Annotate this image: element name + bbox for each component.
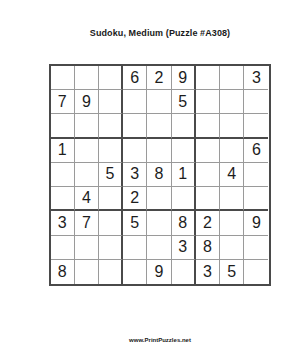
cell-r1c6: 9: [172, 66, 196, 90]
cell-r7c5: [147, 211, 171, 235]
cell-r1c9: 3: [244, 66, 268, 90]
cell-r5c1: [51, 163, 75, 187]
cell-r4c1: 1: [51, 139, 75, 163]
cell-r5c8: 4: [220, 163, 244, 187]
cell-r2c1: 7: [51, 90, 75, 114]
cell-r6c2: 4: [75, 187, 99, 211]
cell-r4c4: [123, 139, 147, 163]
cell-r5c3: 5: [99, 163, 123, 187]
cell-r8c2: [75, 236, 99, 260]
cell-r5c9: [244, 163, 268, 187]
cell-r3c7: [196, 114, 220, 138]
cell-r4c3: [99, 139, 123, 163]
cell-r1c4: 6: [123, 66, 147, 90]
cell-r1c2: [75, 66, 99, 90]
cell-r6c3: [99, 187, 123, 211]
cell-r4c7: [196, 139, 220, 163]
cell-r6c5: [147, 187, 171, 211]
sudoku-board: 6293795165381442375829388935: [49, 64, 271, 286]
cell-r2c5: [147, 90, 171, 114]
cell-r8c8: [220, 236, 244, 260]
footer-site-label: www.PrintPuzzles.net: [20, 337, 301, 343]
cell-r9c8: 5: [220, 260, 244, 284]
cell-r8c7: 8: [196, 236, 220, 260]
cell-r5c7: [196, 163, 220, 187]
cell-r8c6: 3: [172, 236, 196, 260]
cell-r9c9: [244, 260, 268, 284]
cell-r9c5: 9: [147, 260, 171, 284]
cell-r3c3: [99, 114, 123, 138]
cell-r2c4: [123, 90, 147, 114]
cell-r7c9: 9: [244, 211, 268, 235]
cell-r5c6: 1: [172, 163, 196, 187]
cell-r6c9: [244, 187, 268, 211]
cell-r2c3: [99, 90, 123, 114]
cell-r4c2: [75, 139, 99, 163]
cell-r6c1: [51, 187, 75, 211]
cell-r1c3: [99, 66, 123, 90]
cell-r4c8: [220, 139, 244, 163]
page-title: Sudoku, Medium (Puzzle #A308): [20, 28, 301, 38]
cell-r4c6: [172, 139, 196, 163]
cell-r6c7: [196, 187, 220, 211]
cell-r6c4: 2: [123, 187, 147, 211]
cell-r9c4: [123, 260, 147, 284]
cell-r1c1: [51, 66, 75, 90]
cell-r7c1: 3: [51, 211, 75, 235]
cell-r8c9: [244, 236, 268, 260]
cell-r5c2: [75, 163, 99, 187]
cell-r8c4: [123, 236, 147, 260]
cell-r2c9: [244, 90, 268, 114]
cell-r6c8: [220, 187, 244, 211]
cell-r7c4: 5: [123, 211, 147, 235]
cell-r9c1: 8: [51, 260, 75, 284]
cell-r2c8: [220, 90, 244, 114]
cell-r9c2: [75, 260, 99, 284]
cell-r3c4: [123, 114, 147, 138]
cell-r4c5: [147, 139, 171, 163]
cell-r7c6: 8: [172, 211, 196, 235]
cell-r3c2: [75, 114, 99, 138]
cell-r3c5: [147, 114, 171, 138]
cell-r7c2: 7: [75, 211, 99, 235]
cell-r1c5: 2: [147, 66, 171, 90]
cell-r5c4: 3: [123, 163, 147, 187]
cell-r4c9: 6: [244, 139, 268, 163]
cell-r1c7: [196, 66, 220, 90]
puzzle-page: Sudoku, Medium (Puzzle #A308) 6293795165…: [20, 0, 301, 363]
cell-r9c3: [99, 260, 123, 284]
cell-r3c9: [244, 114, 268, 138]
cell-r7c8: [220, 211, 244, 235]
cell-r5c5: 8: [147, 163, 171, 187]
cell-r8c5: [147, 236, 171, 260]
cell-r7c7: 2: [196, 211, 220, 235]
cell-r8c3: [99, 236, 123, 260]
cell-r2c2: 9: [75, 90, 99, 114]
cell-r9c6: [172, 260, 196, 284]
cell-r2c6: 5: [172, 90, 196, 114]
cell-r2c7: [196, 90, 220, 114]
cell-r7c3: [99, 211, 123, 235]
cell-r9c7: 3: [196, 260, 220, 284]
cell-r3c8: [220, 114, 244, 138]
cell-r1c8: [220, 66, 244, 90]
cell-r3c1: [51, 114, 75, 138]
cell-r6c6: [172, 187, 196, 211]
cell-r8c1: [51, 236, 75, 260]
cell-r3c6: [172, 114, 196, 138]
